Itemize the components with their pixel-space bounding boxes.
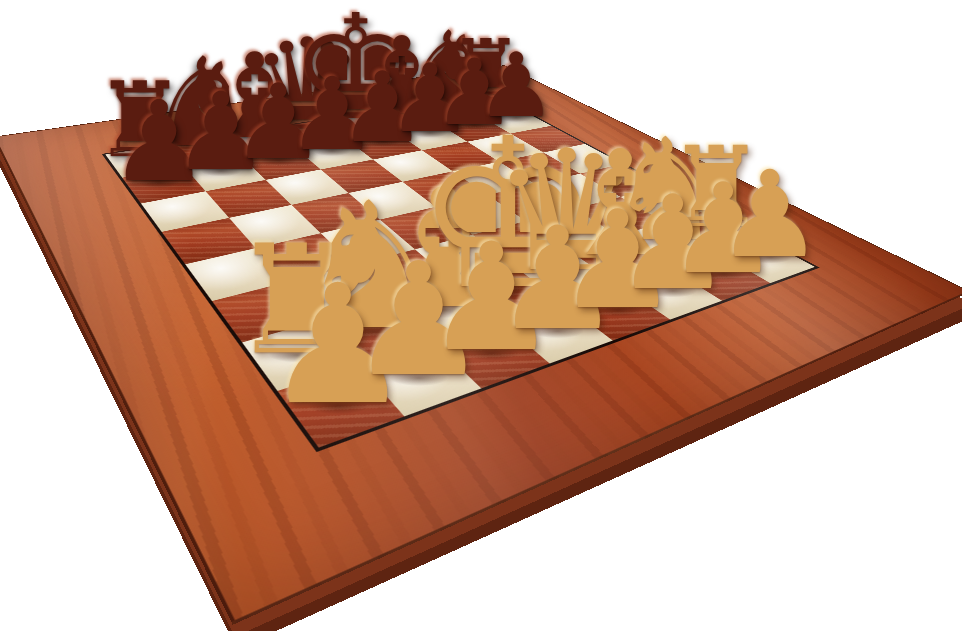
- chess-board: [0, 65, 962, 625]
- chess-set-photo: ♜♞♝♛♚♝♞♜♟♟♟♟♟♟♟♟♜♞♝♚♛♝♞♜♟♟♟♟♟♟♟♟: [0, 0, 962, 631]
- playing-area: [102, 93, 819, 452]
